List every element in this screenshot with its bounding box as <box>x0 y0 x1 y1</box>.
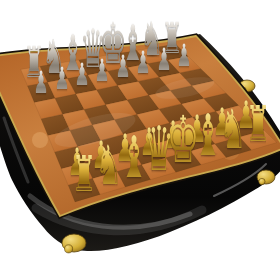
chess-set-photo: ♜♞♝♛♚♝♞♜♟♟♟♟♟♟♟♟♟♟♟♟♟♟♟♟♜♞♝♛♚♝♞♜ <box>0 0 280 267</box>
burl-figure-4 <box>32 132 48 148</box>
board-and-base <box>0 0 280 267</box>
foot-right-scroll <box>259 178 265 184</box>
foot-front-left-scroll <box>65 245 73 253</box>
